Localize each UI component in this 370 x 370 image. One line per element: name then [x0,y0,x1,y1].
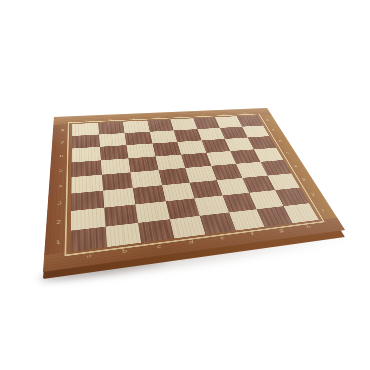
product-photo-canvas: abcdefgh abcdefgh 87654321 87654321 [0,0,370,370]
square-c1 [138,219,174,243]
